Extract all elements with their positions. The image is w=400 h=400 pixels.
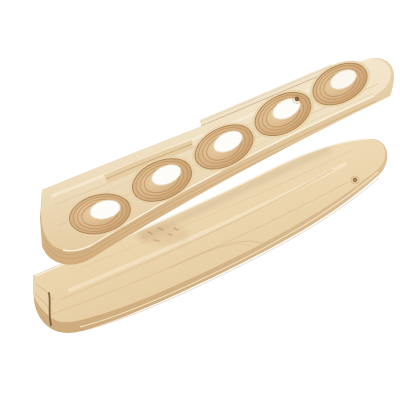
product-photo xyxy=(0,0,400,400)
wooden-rack-photo xyxy=(0,0,400,400)
